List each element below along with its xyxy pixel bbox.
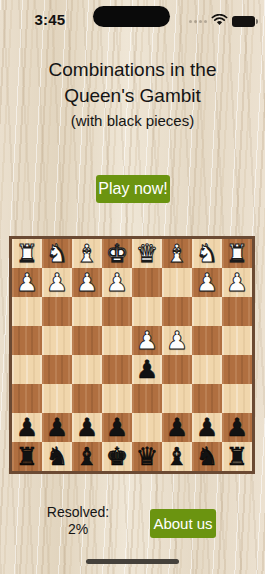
black-pawn-piece: ♟ <box>196 413 218 442</box>
cellular-dots-icon <box>189 20 207 23</box>
square-d4[interactable]: ♟ <box>132 326 162 355</box>
square-e3[interactable] <box>102 297 132 326</box>
square-b4[interactable] <box>192 326 222 355</box>
black-bishop-piece: ♝ <box>166 442 188 471</box>
play-now-button[interactable]: Play now! <box>96 175 170 203</box>
square-b2[interactable]: ♟ <box>192 268 222 297</box>
home-indicator[interactable] <box>86 559 179 564</box>
square-f4[interactable] <box>72 326 102 355</box>
square-c8[interactable]: ♝ <box>162 442 192 471</box>
square-d8[interactable]: ♛ <box>132 442 162 471</box>
square-b7[interactable]: ♟ <box>192 413 222 442</box>
square-d7[interactable] <box>132 413 162 442</box>
square-f7[interactable]: ♟ <box>72 413 102 442</box>
black-pawn-piece: ♟ <box>16 413 38 442</box>
app-screen: 3:45 Combinations in the Queen's Gambit … <box>0 0 265 574</box>
square-h3[interactable] <box>12 297 42 326</box>
white-bishop-piece: ♝ <box>76 239 98 268</box>
square-h7[interactable]: ♟ <box>12 413 42 442</box>
square-h4[interactable] <box>12 326 42 355</box>
white-queen-piece: ♛ <box>136 239 158 268</box>
black-rook-piece: ♜ <box>16 442 38 471</box>
white-knight-piece: ♞ <box>196 239 218 268</box>
wifi-icon <box>211 12 228 30</box>
black-knight-piece: ♞ <box>196 442 218 471</box>
square-f2[interactable]: ♟ <box>72 268 102 297</box>
square-h6[interactable] <box>12 384 42 413</box>
black-pawn-piece: ♟ <box>106 413 128 442</box>
status-time: 3:45 <box>22 11 78 28</box>
white-pawn-piece: ♟ <box>76 268 98 297</box>
status-icons <box>189 12 255 30</box>
battery-icon <box>232 16 255 27</box>
square-g8[interactable]: ♞ <box>42 442 72 471</box>
square-g6[interactable] <box>42 384 72 413</box>
square-g5[interactable] <box>42 355 72 384</box>
white-rook-piece: ♜ <box>16 239 38 268</box>
square-f3[interactable] <box>72 297 102 326</box>
square-c6[interactable] <box>162 384 192 413</box>
white-pawn-piece: ♟ <box>196 268 218 297</box>
square-g3[interactable] <box>42 297 72 326</box>
black-pawn-piece: ♟ <box>136 355 158 384</box>
square-c4[interactable]: ♟ <box>162 326 192 355</box>
white-king-piece: ♚ <box>106 239 128 268</box>
chess-board: ♜♞♝♚♛♝♞♜♟♟♟♟♟♟♟♟♟♟♟♟♟♟♟♟♜♞♝♚♛♝♞♜ <box>12 239 252 471</box>
square-a1[interactable]: ♜ <box>222 239 252 268</box>
square-h8[interactable]: ♜ <box>12 442 42 471</box>
page-title-line2: Queen's Gambit <box>0 83 265 109</box>
chess-board-frame: ♜♞♝♚♛♝♞♜♟♟♟♟♟♟♟♟♟♟♟♟♟♟♟♟♜♞♝♚♛♝♞♜ <box>9 236 255 474</box>
square-g2[interactable]: ♟ <box>42 268 72 297</box>
white-pawn-piece: ♟ <box>46 268 68 297</box>
white-pawn-piece: ♟ <box>166 326 188 355</box>
square-f8[interactable]: ♝ <box>72 442 102 471</box>
resolved-label: Resolved: <box>28 504 128 521</box>
white-pawn-piece: ♟ <box>226 268 248 297</box>
black-king-piece: ♚ <box>106 442 128 471</box>
square-e4[interactable] <box>102 326 132 355</box>
dynamic-island <box>93 6 170 27</box>
square-a2[interactable]: ♟ <box>222 268 252 297</box>
resolved-stat: Resolved: 2% <box>28 504 128 538</box>
square-b5[interactable] <box>192 355 222 384</box>
square-e6[interactable] <box>102 384 132 413</box>
square-b1[interactable]: ♞ <box>192 239 222 268</box>
page-title-line1: Combinations in the <box>0 57 265 83</box>
square-g7[interactable]: ♟ <box>42 413 72 442</box>
square-g4[interactable] <box>42 326 72 355</box>
square-e8[interactable]: ♚ <box>102 442 132 471</box>
black-bishop-piece: ♝ <box>76 442 98 471</box>
square-f5[interactable] <box>72 355 102 384</box>
square-e2[interactable]: ♟ <box>102 268 132 297</box>
black-pawn-piece: ♟ <box>226 413 248 442</box>
page-subtitle: (with black pieces) <box>0 112 265 129</box>
square-a8[interactable]: ♜ <box>222 442 252 471</box>
square-h5[interactable] <box>12 355 42 384</box>
black-rook-piece: ♜ <box>226 442 248 471</box>
white-pawn-piece: ♟ <box>106 268 128 297</box>
about-us-button[interactable]: About us <box>150 509 216 538</box>
square-b8[interactable]: ♞ <box>192 442 222 471</box>
square-h1[interactable]: ♜ <box>12 239 42 268</box>
square-c1[interactable]: ♝ <box>162 239 192 268</box>
square-b3[interactable] <box>192 297 222 326</box>
square-b6[interactable] <box>192 384 222 413</box>
square-a6[interactable] <box>222 384 252 413</box>
black-knight-piece: ♞ <box>46 442 68 471</box>
square-c2[interactable] <box>162 268 192 297</box>
square-e5[interactable] <box>102 355 132 384</box>
square-e1[interactable]: ♚ <box>102 239 132 268</box>
square-f1[interactable]: ♝ <box>72 239 102 268</box>
square-d6[interactable] <box>132 384 162 413</box>
black-queen-piece: ♛ <box>136 442 158 471</box>
white-bishop-piece: ♝ <box>166 239 188 268</box>
resolved-value: 2% <box>28 521 128 538</box>
white-rook-piece: ♜ <box>226 239 248 268</box>
square-d2[interactable] <box>132 268 162 297</box>
square-c3[interactable] <box>162 297 192 326</box>
white-pawn-piece: ♟ <box>136 326 158 355</box>
square-c7[interactable]: ♟ <box>162 413 192 442</box>
black-pawn-piece: ♟ <box>166 413 188 442</box>
square-c5[interactable] <box>162 355 192 384</box>
square-a3[interactable] <box>222 297 252 326</box>
square-a4[interactable] <box>222 326 252 355</box>
square-e7[interactable]: ♟ <box>102 413 132 442</box>
square-g1[interactable]: ♞ <box>42 239 72 268</box>
square-a5[interactable] <box>222 355 252 384</box>
black-pawn-piece: ♟ <box>46 413 68 442</box>
white-pawn-piece: ♟ <box>16 268 38 297</box>
square-a7[interactable]: ♟ <box>222 413 252 442</box>
white-knight-piece: ♞ <box>46 239 68 268</box>
square-h2[interactable]: ♟ <box>12 268 42 297</box>
black-pawn-piece: ♟ <box>76 413 98 442</box>
square-d5[interactable]: ♟ <box>132 355 162 384</box>
square-d1[interactable]: ♛ <box>132 239 162 268</box>
square-f6[interactable] <box>72 384 102 413</box>
page-title: Combinations in the Queen's Gambit <box>0 57 265 109</box>
square-d3[interactable] <box>132 297 162 326</box>
